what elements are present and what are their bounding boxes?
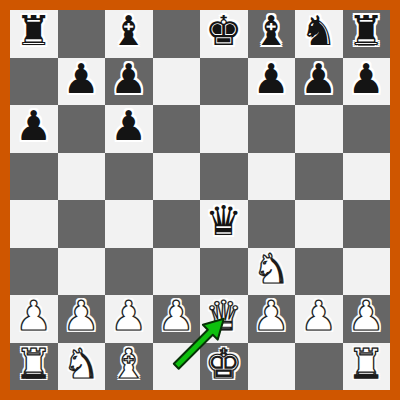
black-king-e8[interactable]: ♚: [205, 11, 242, 52]
black-rook-a8[interactable]: ♜: [15, 11, 52, 52]
square-a5[interactable]: [10, 153, 58, 201]
black-bishop-c8[interactable]: ♝: [110, 11, 147, 52]
square-h4[interactable]: [343, 200, 391, 248]
square-g4[interactable]: [295, 200, 343, 248]
white-pawn-d2[interactable]: ♟: [158, 296, 195, 337]
square-h1[interactable]: ♜: [343, 343, 391, 391]
square-h6[interactable]: [343, 105, 391, 153]
square-f2[interactable]: ♟: [248, 295, 296, 343]
square-b3[interactable]: [58, 248, 106, 296]
black-pawn-c6[interactable]: ♟: [110, 106, 147, 147]
square-h2[interactable]: ♟: [343, 295, 391, 343]
square-f1[interactable]: [248, 343, 296, 391]
square-d7[interactable]: [153, 58, 201, 106]
black-pawn-h7[interactable]: ♟: [348, 59, 385, 100]
square-e6[interactable]: [200, 105, 248, 153]
black-pawn-g7[interactable]: ♟: [300, 59, 337, 100]
square-f8[interactable]: ♝: [248, 10, 296, 58]
square-g1[interactable]: [295, 343, 343, 391]
square-b8[interactable]: [58, 10, 106, 58]
white-pawn-h2[interactable]: ♟: [348, 296, 385, 337]
black-bishop-f8[interactable]: ♝: [253, 11, 290, 52]
square-a6[interactable]: ♟: [10, 105, 58, 153]
black-queen-e4[interactable]: ♛: [205, 201, 242, 242]
square-b6[interactable]: [58, 105, 106, 153]
square-c1[interactable]: ♝: [105, 343, 153, 391]
square-c6[interactable]: ♟: [105, 105, 153, 153]
square-e4[interactable]: ♛: [200, 200, 248, 248]
square-h5[interactable]: [343, 153, 391, 201]
square-g6[interactable]: [295, 105, 343, 153]
black-pawn-c7[interactable]: ♟: [110, 59, 147, 100]
square-c8[interactable]: ♝: [105, 10, 153, 58]
square-d5[interactable]: [153, 153, 201, 201]
square-b5[interactable]: [58, 153, 106, 201]
square-a1[interactable]: ♜: [10, 343, 58, 391]
square-b1[interactable]: ♞: [58, 343, 106, 391]
white-rook-a1[interactable]: ♜: [15, 344, 52, 385]
square-b4[interactable]: [58, 200, 106, 248]
board: ♜♝♚♝♞♜♟♟♟♟♟♟♟♛♞♟♟♟♟♛♟♟♟♜♞♝♚♜: [10, 10, 390, 390]
square-d8[interactable]: [153, 10, 201, 58]
square-g3[interactable]: [295, 248, 343, 296]
square-g2[interactable]: ♟: [295, 295, 343, 343]
white-pawn-a2[interactable]: ♟: [15, 296, 52, 337]
square-b7[interactable]: ♟: [58, 58, 106, 106]
white-knight-b1[interactable]: ♞: [63, 344, 100, 385]
board-frame: ♜♝♚♝♞♜♟♟♟♟♟♟♟♛♞♟♟♟♟♛♟♟♟♜♞♝♚♜: [0, 0, 400, 400]
square-h8[interactable]: ♜: [343, 10, 391, 58]
square-g7[interactable]: ♟: [295, 58, 343, 106]
square-a8[interactable]: ♜: [10, 10, 58, 58]
square-h3[interactable]: [343, 248, 391, 296]
square-g8[interactable]: ♞: [295, 10, 343, 58]
square-c3[interactable]: [105, 248, 153, 296]
square-e8[interactable]: ♚: [200, 10, 248, 58]
square-f4[interactable]: [248, 200, 296, 248]
square-e5[interactable]: [200, 153, 248, 201]
square-c7[interactable]: ♟: [105, 58, 153, 106]
square-b2[interactable]: ♟: [58, 295, 106, 343]
black-rook-h8[interactable]: ♜: [348, 11, 385, 52]
square-g5[interactable]: [295, 153, 343, 201]
square-a3[interactable]: [10, 248, 58, 296]
black-pawn-f7[interactable]: ♟: [253, 59, 290, 100]
white-bishop-c1[interactable]: ♝: [110, 344, 147, 385]
square-d4[interactable]: [153, 200, 201, 248]
square-d6[interactable]: [153, 105, 201, 153]
square-e7[interactable]: [200, 58, 248, 106]
black-pawn-b7[interactable]: ♟: [63, 59, 100, 100]
white-knight-f3[interactable]: ♞: [253, 249, 290, 290]
square-f7[interactable]: ♟: [248, 58, 296, 106]
square-a7[interactable]: [10, 58, 58, 106]
square-d2[interactable]: ♟: [153, 295, 201, 343]
square-a4[interactable]: [10, 200, 58, 248]
square-h7[interactable]: ♟: [343, 58, 391, 106]
square-f3[interactable]: ♞: [248, 248, 296, 296]
white-pawn-g2[interactable]: ♟: [300, 296, 337, 337]
white-king-e1[interactable]: ♚: [205, 344, 242, 385]
white-pawn-b2[interactable]: ♟: [63, 296, 100, 337]
square-d1[interactable]: [153, 343, 201, 391]
square-f5[interactable]: [248, 153, 296, 201]
black-pawn-a6[interactable]: ♟: [15, 106, 52, 147]
white-pawn-c2[interactable]: ♟: [110, 296, 147, 337]
square-a2[interactable]: ♟: [10, 295, 58, 343]
black-knight-g8[interactable]: ♞: [300, 11, 337, 52]
square-d3[interactable]: [153, 248, 201, 296]
square-e3[interactable]: [200, 248, 248, 296]
square-f6[interactable]: [248, 105, 296, 153]
square-c4[interactable]: [105, 200, 153, 248]
white-rook-h1[interactable]: ♜: [348, 344, 385, 385]
square-c5[interactable]: [105, 153, 153, 201]
square-e1[interactable]: ♚: [200, 343, 248, 391]
white-pawn-f2[interactable]: ♟: [253, 296, 290, 337]
white-queen-e2[interactable]: ♛: [205, 296, 242, 337]
square-e2[interactable]: ♛: [200, 295, 248, 343]
square-c2[interactable]: ♟: [105, 295, 153, 343]
